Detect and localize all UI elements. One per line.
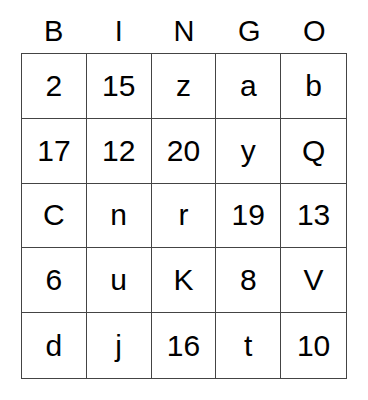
column-header-o: O — [282, 0, 347, 53]
bingo-cell-r2c5[interactable]: Q — [281, 119, 346, 184]
bingo-cell-r5c1[interactable]: d — [22, 313, 87, 378]
bingo-cell-r3c1[interactable]: C — [22, 184, 87, 249]
bingo-cell-r2c3[interactable]: 20 — [152, 119, 217, 184]
bingo-cell-r5c5[interactable]: 10 — [281, 313, 346, 378]
bingo-cell-r1c1[interactable]: 2 — [22, 54, 87, 119]
column-header-n: N — [151, 0, 216, 53]
bingo-cell-r3c4[interactable]: 19 — [216, 184, 281, 249]
column-header-b: B — [21, 0, 86, 53]
bingo-grid: 2 15 z a b 17 12 20 y Q C n r 19 13 6 u … — [21, 53, 347, 379]
bingo-cell-r1c2[interactable]: 15 — [87, 54, 152, 119]
bingo-cell-r4c2[interactable]: u — [87, 248, 152, 313]
bingo-cell-r5c2[interactable]: j — [87, 313, 152, 378]
bingo-cell-r1c5[interactable]: b — [281, 54, 346, 119]
bingo-cell-r4c4[interactable]: 8 — [216, 248, 281, 313]
bingo-cell-r1c3[interactable]: z — [152, 54, 217, 119]
bingo-header-row: B I N G O — [21, 0, 347, 53]
column-header-i: I — [86, 0, 151, 53]
bingo-cell-r2c1[interactable]: 17 — [22, 119, 87, 184]
column-header-g: G — [217, 0, 282, 53]
bingo-cell-r5c4[interactable]: t — [216, 313, 281, 378]
bingo-cell-r4c5[interactable]: V — [281, 248, 346, 313]
bingo-card: B I N G O 2 15 z a b 17 12 20 y Q C n r … — [0, 0, 368, 400]
bingo-cell-r2c2[interactable]: 12 — [87, 119, 152, 184]
bingo-cell-r3c3[interactable]: r — [152, 184, 217, 249]
bingo-cell-r3c2[interactable]: n — [87, 184, 152, 249]
bingo-cell-r3c5[interactable]: 13 — [281, 184, 346, 249]
bingo-cell-r5c3[interactable]: 16 — [152, 313, 217, 378]
bingo-cell-r4c1[interactable]: 6 — [22, 248, 87, 313]
bingo-cell-r4c3[interactable]: K — [152, 248, 217, 313]
bingo-cell-r2c4[interactable]: y — [216, 119, 281, 184]
bingo-cell-r1c4[interactable]: a — [216, 54, 281, 119]
